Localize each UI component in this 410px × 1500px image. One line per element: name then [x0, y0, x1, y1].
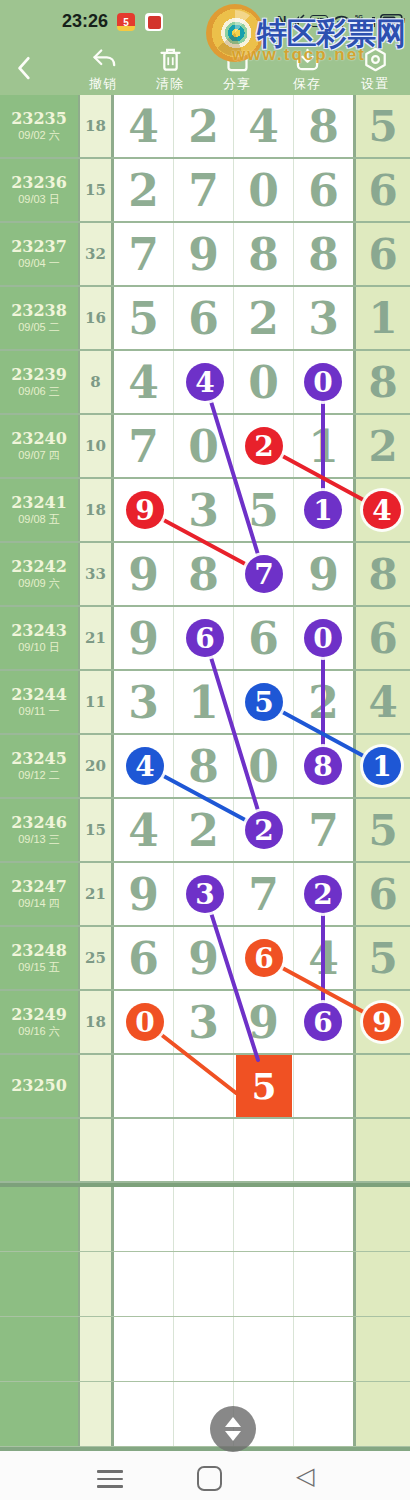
digit-cell[interactable]: 9: [174, 927, 234, 989]
digit-cell[interactable]: 8: [174, 543, 234, 605]
toolbar: 撤销 清除 分享 保存: [0, 46, 410, 94]
digit-cell[interactable]: 3: [114, 671, 174, 733]
next-pick-cell[interactable]: 5: [236, 1055, 292, 1117]
digit-cell[interactable]: [114, 1055, 174, 1117]
digit-cell[interactable]: 6: [174, 287, 234, 349]
marked-digit-circle[interactable]: 7: [245, 555, 283, 593]
digit-cell[interactable]: 6: [294, 159, 353, 221]
chart-row: 23241 09/08 五 1835: [0, 479, 410, 543]
last-digit-cell[interactable]: 4: [353, 671, 410, 733]
issue-cell: 23235 09/02 六: [0, 95, 78, 157]
sum-cell: 33: [78, 543, 114, 605]
sum-cell: [78, 1382, 114, 1446]
save-icon: [294, 46, 321, 73]
digit-cell[interactable]: 4: [114, 799, 174, 861]
clear-button[interactable]: 清除: [138, 46, 202, 93]
digit-cell[interactable]: 4: [234, 95, 294, 157]
marked-digit-circle[interactable]: 5: [245, 683, 283, 721]
digit-cell[interactable]: [174, 1317, 234, 1381]
marked-digit-circle[interactable]: 0: [304, 619, 342, 657]
sum-cell: 21: [78, 863, 114, 925]
sum-cell: 18: [78, 95, 114, 157]
issue-number: 23241: [11, 494, 67, 512]
digit-cell[interactable]: 0: [234, 351, 294, 413]
issue-cell: 23243 09/10 日: [0, 607, 78, 669]
chart-row: 23245 09/12 二 2080: [0, 735, 410, 799]
last-digit-cell[interactable]: 1: [353, 287, 410, 349]
sum-cell: 18: [78, 991, 114, 1053]
sum-cell: 15: [78, 799, 114, 861]
sum-cell: 10: [78, 415, 114, 477]
digit-cell[interactable]: 9: [114, 607, 174, 669]
digit-cell[interactable]: [174, 1252, 234, 1316]
empty-row: [0, 1252, 410, 1317]
empty-row: [0, 1187, 410, 1252]
digit-cell[interactable]: 1: [294, 415, 353, 477]
marked-digit-circle[interactable]: 0: [126, 1003, 164, 1041]
issue-cell: [0, 1317, 78, 1381]
marked-digit-circle[interactable]: 1: [304, 491, 342, 529]
hd-icon: HD: [310, 15, 328, 27]
sum-cell: [78, 1317, 114, 1381]
issue-number: 23240: [11, 430, 67, 448]
digit-cell[interactable]: 9: [234, 991, 294, 1053]
draw-date: 09/16 六: [18, 1024, 60, 1038]
sum-cell: 16: [78, 287, 114, 349]
digit-cell[interactable]: 2: [234, 287, 294, 349]
last-digit-cell[interactable]: [353, 1382, 410, 1446]
nav-home-button[interactable]: [197, 1466, 222, 1491]
marked-digit-circle[interactable]: 2: [304, 875, 342, 913]
nfc-icon: N: [277, 13, 286, 28]
trash-icon: [157, 46, 184, 73]
app-icon-2-glyph: [148, 16, 161, 29]
sum-cell: 32: [78, 223, 114, 285]
draw-date: 09/07 四: [18, 448, 60, 462]
digit-cell[interactable]: 6: [234, 607, 294, 669]
chart-row: 23238 09/05 二 1656231: [0, 287, 410, 351]
digit-cell[interactable]: [294, 1317, 353, 1381]
chart-row: 23237 09/04 一 3279886: [0, 223, 410, 287]
sum-cell: [78, 1252, 114, 1316]
sum-cell: 25: [78, 927, 114, 989]
digit-cell[interactable]: 4: [114, 351, 174, 413]
issue-number: 23247: [11, 878, 67, 896]
sum-cell: [78, 1119, 114, 1181]
sum-cell: [78, 1187, 114, 1251]
digit-cell[interactable]: 7: [234, 863, 294, 925]
status-bar: 23:26 5 N HD 5G: [0, 0, 410, 44]
last-digit-cell[interactable]: 6: [353, 159, 410, 221]
issue-number: 23235: [11, 110, 67, 128]
settings-button[interactable]: 设置: [343, 46, 407, 93]
back-button[interactable]: [12, 54, 38, 80]
issue-number: 23250: [11, 1077, 67, 1095]
digit-cell[interactable]: 1: [174, 671, 234, 733]
draw-date: 09/06 三: [18, 384, 60, 398]
digit-cell[interactable]: 4: [114, 95, 174, 157]
digit-cell[interactable]: 2: [114, 159, 174, 221]
digit-cell[interactable]: [174, 1119, 234, 1181]
draw-date: 09/15 五: [18, 960, 60, 974]
last-digit-cell[interactable]: [353, 1252, 410, 1316]
issue-number: 23246: [11, 814, 67, 832]
issue-cell: [0, 1382, 78, 1446]
sum-cell: [78, 1055, 114, 1117]
draw-date: 09/11 一: [19, 704, 60, 718]
chart-row: 23235 09/02 六 1842485: [0, 95, 410, 159]
last-digit-cell[interactable]: 5: [353, 799, 410, 861]
marked-digit-circle[interactable]: 4: [363, 491, 401, 529]
issue-number: 23242: [11, 558, 67, 576]
save-button[interactable]: 保存: [275, 46, 339, 93]
digit-cell[interactable]: [294, 1119, 353, 1181]
digit-cell[interactable]: [234, 1119, 294, 1181]
issue-number: 23244: [11, 686, 67, 704]
issue-cell: [0, 1252, 78, 1316]
issue-cell: 23238 09/05 二: [0, 287, 78, 349]
draw-date: 09/04 一: [18, 256, 60, 270]
issue-number: 23239: [11, 366, 67, 384]
digit-cell[interactable]: [294, 1382, 353, 1446]
digit-cell[interactable]: 5: [234, 1055, 294, 1117]
issue-cell: 23245 09/12 二: [0, 735, 78, 797]
nav-menu-button[interactable]: [97, 1470, 123, 1493]
marked-digit-circle[interactable]: 9: [126, 491, 164, 529]
issue-cell: 23249 09/16 六: [0, 991, 78, 1053]
draw-date: 09/13 三: [18, 832, 60, 846]
scroll-up-icon: [225, 1417, 241, 1427]
issue-cell: 23242 09/09 六: [0, 543, 78, 605]
draw-date: 09/05 二: [18, 320, 60, 334]
sum-cell: 18: [78, 479, 114, 541]
digit-cell[interactable]: 9: [114, 543, 174, 605]
chart-row: 23244 09/11 一 113124: [0, 671, 410, 735]
last-digit-cell[interactable]: [353, 1055, 410, 1117]
marked-digit-circle[interactable]: 2: [245, 427, 283, 465]
digit-cell[interactable]: [114, 1252, 174, 1316]
svg-text:5G: 5G: [355, 14, 363, 20]
marked-digit-circle[interactable]: 6: [245, 939, 283, 977]
signal-5g-icon: 5G: [355, 13, 375, 28]
draw-date: 09/12 二: [18, 768, 60, 782]
marked-digit-circle[interactable]: 0: [304, 363, 342, 401]
issue-number: 23245: [11, 750, 67, 768]
chart-row: 23236 09/03 日 1527066: [0, 159, 410, 223]
digit-cell[interactable]: [234, 1317, 294, 1381]
last-digit-cell[interactable]: 6: [353, 863, 410, 925]
marked-digit-circle[interactable]: 6: [304, 1003, 342, 1041]
share-button[interactable]: 分享: [205, 46, 269, 93]
issue-cell: 23236 09/03 日: [0, 159, 78, 221]
chart-row: [0, 1119, 410, 1183]
issue-cell: 23241 09/08 五: [0, 479, 78, 541]
digit-cell[interactable]: [114, 1317, 174, 1381]
scroll-updown-button[interactable]: [210, 1406, 256, 1452]
marked-digit-circle[interactable]: 4: [126, 747, 164, 785]
digit-cell[interactable]: 2: [294, 671, 353, 733]
last-digit-cell[interactable]: [353, 1317, 410, 1381]
marked-digit-circle[interactable]: 6: [186, 619, 224, 657]
digit-cell[interactable]: 3: [294, 287, 353, 349]
digit-cell[interactable]: 6: [114, 927, 174, 989]
scroll-down-icon: [225, 1431, 241, 1441]
digit-cell[interactable]: 3: [174, 479, 234, 541]
draw-date: 09/03 日: [18, 192, 60, 206]
digit-cell[interactable]: [114, 1382, 174, 1446]
issue-cell: 23239 09/06 三: [0, 351, 78, 413]
sum-cell: 20: [78, 735, 114, 797]
digit-cell[interactable]: 3: [174, 991, 234, 1053]
digit-cell[interactable]: 7: [294, 799, 353, 861]
digit-cell[interactable]: [294, 1187, 353, 1251]
issue-number: 23248: [11, 942, 67, 960]
settings-icon: [362, 46, 389, 73]
marked-digit-circle[interactable]: 4: [186, 363, 224, 401]
last-digit-cell[interactable]: 8: [353, 543, 410, 605]
issue-cell: 23248 09/15 五: [0, 927, 78, 989]
issue-number: 23243: [11, 622, 67, 640]
digit-cell[interactable]: [234, 1187, 294, 1251]
last-digit-cell[interactable]: 6: [353, 223, 410, 285]
draw-date: 09/10 日: [18, 640, 60, 654]
digit-cell[interactable]: 0: [234, 159, 294, 221]
undo-button[interactable]: 撤销: [71, 46, 135, 93]
digit-cell[interactable]: 0: [174, 415, 234, 477]
lottery-chart-app: 23:26 5 N HD 5G: [0, 0, 410, 1500]
issue-number: 23238: [11, 302, 67, 320]
digit-cell[interactable]: [174, 1055, 234, 1117]
marked-digit-circle[interactable]: 1: [363, 747, 401, 785]
empty-row: [0, 1317, 410, 1382]
draw-date: 09/09 六: [18, 576, 60, 590]
last-digit-cell[interactable]: 5: [353, 95, 410, 157]
digit-cell[interactable]: 8: [174, 735, 234, 797]
marked-digit-circle[interactable]: 2: [245, 811, 283, 849]
chart-row: 23249 09/16 六 1839: [0, 991, 410, 1055]
notification-app-icon-1: 5: [117, 13, 135, 31]
digit-cell[interactable]: [234, 1252, 294, 1316]
digit-cell[interactable]: 2: [174, 95, 234, 157]
sum-cell: 11: [78, 671, 114, 733]
clock: 23:26: [62, 11, 108, 32]
issue-cell: [0, 1187, 78, 1251]
sum-cell: 21: [78, 607, 114, 669]
chart-row: 23246 09/13 三 154275: [0, 799, 410, 863]
sum-cell: 15: [78, 159, 114, 221]
chart-row: 23248 09/15 五 256945: [0, 927, 410, 991]
digit-cell[interactable]: [114, 1187, 174, 1251]
issue-cell: 23240 09/07 四: [0, 415, 78, 477]
issue-cell: 23247 09/14 四: [0, 863, 78, 925]
last-digit-cell[interactable]: [353, 1119, 410, 1181]
digit-cell[interactable]: 7: [114, 415, 174, 477]
digit-cell[interactable]: 8: [294, 223, 353, 285]
chart-row: 23242 09/09 六 339898: [0, 543, 410, 607]
digit-cell[interactable]: 9: [114, 863, 174, 925]
marked-digit-circle[interactable]: 8: [304, 747, 342, 785]
digit-cell[interactable]: [114, 1119, 174, 1181]
digit-cell[interactable]: 5: [114, 287, 174, 349]
draw-date: 09/08 五: [18, 512, 60, 526]
status-icons: N HD 5G: [277, 13, 405, 28]
share-icon: [224, 46, 251, 73]
last-digit-cell[interactable]: 5: [353, 927, 410, 989]
issue-number: 23236: [11, 174, 67, 192]
battery-icon: [380, 14, 405, 27]
notification-app-icon-2: [145, 13, 163, 31]
digit-cell[interactable]: 9: [294, 543, 353, 605]
last-digit-cell[interactable]: [353, 1187, 410, 1251]
digit-cell[interactable]: 5: [234, 479, 294, 541]
nav-back-button[interactable]: ◁: [296, 1462, 314, 1490]
digit-cell[interactable]: 8: [294, 95, 353, 157]
android-nav-bar: ◁: [0, 1451, 410, 1500]
digit-cell[interactable]: 7: [114, 223, 174, 285]
digit-cell[interactable]: [294, 1055, 353, 1117]
digit-cell[interactable]: 4: [294, 927, 353, 989]
digit-cell[interactable]: 2: [174, 799, 234, 861]
marked-digit-circle[interactable]: 3: [186, 875, 224, 913]
draw-date: 09/14 四: [18, 896, 60, 910]
marked-digit-circle[interactable]: 9: [363, 1003, 401, 1041]
last-digit-cell[interactable]: 6: [353, 607, 410, 669]
wifi-icon: [333, 14, 350, 28]
mute-icon: [291, 14, 305, 28]
issue-number: 23249: [11, 1006, 67, 1024]
issue-cell: [0, 1119, 78, 1181]
digit-cell[interactable]: [174, 1187, 234, 1251]
digit-cell[interactable]: 8: [234, 223, 294, 285]
sum-cell: 8: [78, 351, 114, 413]
issue-cell: 23250: [0, 1055, 78, 1117]
digit-cell[interactable]: 9: [174, 223, 234, 285]
chart-row: 23240 09/07 四 107012: [0, 415, 410, 479]
last-digit-cell[interactable]: 8: [353, 351, 410, 413]
digit-cell[interactable]: 0: [234, 735, 294, 797]
issue-cell: 23244 09/11 一: [0, 671, 78, 733]
issue-number: 23237: [11, 238, 67, 256]
chart-row: 23250 5: [0, 1055, 410, 1119]
digit-cell[interactable]: [294, 1252, 353, 1316]
draw-date: 09/02 六: [18, 128, 60, 142]
issue-cell: 23246 09/13 三: [0, 799, 78, 861]
undo-icon: [90, 46, 117, 73]
digit-cell[interactable]: 7: [174, 159, 234, 221]
trend-chart: 23235 09/02 六 1842485 23236 09/03 日 1527…: [0, 95, 410, 1452]
empty-row: [0, 1382, 410, 1447]
last-digit-cell[interactable]: 2: [353, 415, 410, 477]
issue-cell: 23237 09/04 一: [0, 223, 78, 285]
